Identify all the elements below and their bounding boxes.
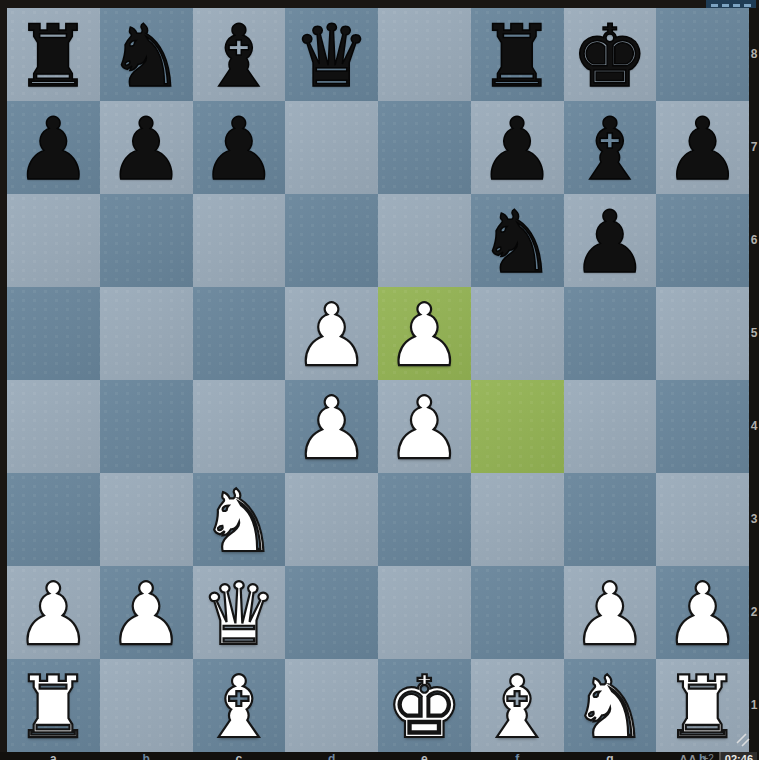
square-b7[interactable]: ♟ <box>100 101 193 194</box>
piece-black-pawn-h7[interactable]: ♟ <box>656 101 749 194</box>
piece-white-pawn-e4[interactable]: ♟ <box>378 380 471 473</box>
square-d7[interactable] <box>285 101 378 194</box>
square-b2[interactable]: ♟ <box>100 566 193 659</box>
square-e1[interactable]: ♚ <box>378 659 471 752</box>
square-f2[interactable] <box>471 566 564 659</box>
square-h3[interactable] <box>656 473 749 566</box>
piece-black-pawn-g6[interactable]: ♟ <box>564 194 657 287</box>
square-b8[interactable]: ♞ <box>100 8 193 101</box>
piece-white-bishop-f1[interactable]: ♝ <box>471 659 564 752</box>
file-coordinate-b: b <box>100 752 193 760</box>
piece-white-pawn-a2[interactable]: ♟ <box>7 566 100 659</box>
square-c7[interactable]: ♟ <box>193 101 286 194</box>
square-h2[interactable]: ♟ <box>656 566 749 659</box>
square-g3[interactable] <box>564 473 657 566</box>
file-coordinate-f: f <box>471 752 564 760</box>
square-h8[interactable] <box>656 8 749 101</box>
square-a6[interactable] <box>7 194 100 287</box>
square-e4[interactable]: ♟ <box>378 380 471 473</box>
piece-white-king-e1[interactable]: ♚ <box>378 659 471 752</box>
square-a8[interactable]: ♜ <box>7 8 100 101</box>
square-a4[interactable] <box>7 380 100 473</box>
rank-coordinate-4: 4 <box>749 380 759 473</box>
square-f6[interactable]: ♞ <box>471 194 564 287</box>
rank-coordinate-3: 3 <box>749 473 759 566</box>
square-d5[interactable]: ♟ <box>285 287 378 380</box>
chess-board: ♜♞♝♛♜♚♟♟♟♟♝♟♞♟♟♟♟♟♞♟♟♛♟♟♜♝♚♝♞♜ <box>7 8 749 752</box>
file-coordinate-g: g <box>564 752 657 760</box>
piece-white-pawn-g2[interactable]: ♟ <box>564 566 657 659</box>
square-b5[interactable] <box>100 287 193 380</box>
square-h7[interactable]: ♟ <box>656 101 749 194</box>
file-coordinate-c: c <box>193 752 286 760</box>
square-e7[interactable] <box>378 101 471 194</box>
square-c4[interactable] <box>193 380 286 473</box>
square-e5[interactable]: ♟ <box>378 287 471 380</box>
square-h5[interactable] <box>656 287 749 380</box>
square-e8[interactable] <box>378 8 471 101</box>
piece-white-pawn-h2[interactable]: ♟ <box>656 566 749 659</box>
piece-black-rook-a8[interactable]: ♜ <box>7 8 100 101</box>
square-d4[interactable]: ♟ <box>285 380 378 473</box>
square-f4[interactable] <box>471 380 564 473</box>
file-coordinate-a: a <box>7 752 100 760</box>
piece-black-pawn-b7[interactable]: ♟ <box>100 101 193 194</box>
piece-black-knight-b8[interactable]: ♞ <box>100 8 193 101</box>
square-g2[interactable]: ♟ <box>564 566 657 659</box>
square-a5[interactable] <box>7 287 100 380</box>
square-g1[interactable]: ♞ <box>564 659 657 752</box>
square-b6[interactable] <box>100 194 193 287</box>
square-c5[interactable] <box>193 287 286 380</box>
square-f8[interactable]: ♜ <box>471 8 564 101</box>
square-h6[interactable] <box>656 194 749 287</box>
square-d6[interactable] <box>285 194 378 287</box>
square-a7[interactable]: ♟ <box>7 101 100 194</box>
piece-black-king-g8[interactable]: ♚ <box>564 8 657 101</box>
square-b3[interactable] <box>100 473 193 566</box>
piece-black-queen-d8[interactable]: ♛ <box>285 8 378 101</box>
square-d3[interactable] <box>285 473 378 566</box>
status-left-label: AA <box>680 752 698 760</box>
square-c8[interactable]: ♝ <box>193 8 286 101</box>
piece-white-pawn-d5[interactable]: ♟ <box>285 287 378 380</box>
resize-handle-icon[interactable] <box>733 730 751 748</box>
piece-white-pawn-d4[interactable]: ♟ <box>285 380 378 473</box>
piece-black-pawn-c7[interactable]: ♟ <box>193 101 286 194</box>
piece-white-rook-a1[interactable]: ♜ <box>7 659 100 752</box>
square-d8[interactable]: ♛ <box>285 8 378 101</box>
status-bar: AA +2 02:46 <box>680 752 757 760</box>
clipped-widget-top-right[interactable] <box>706 0 756 8</box>
piece-white-pawn-e5[interactable]: ♟ <box>378 287 471 380</box>
square-a2[interactable]: ♟ <box>7 566 100 659</box>
square-e3[interactable] <box>378 473 471 566</box>
chess-app-window: ♜♞♝♛♜♚♟♟♟♟♝♟♞♟♟♟♟♟♞♟♟♛♟♟♜♝♚♝♞♜ 87654321 … <box>0 0 759 760</box>
rank-coordinate-7: 7 <box>749 101 759 194</box>
piece-black-rook-f8[interactable]: ♜ <box>471 8 564 101</box>
square-f5[interactable] <box>471 287 564 380</box>
file-coordinate-d: d <box>285 752 378 760</box>
piece-black-knight-f6[interactable]: ♞ <box>471 194 564 287</box>
square-g4[interactable] <box>564 380 657 473</box>
square-a3[interactable] <box>7 473 100 566</box>
piece-white-pawn-b2[interactable]: ♟ <box>100 566 193 659</box>
square-c6[interactable] <box>193 194 286 287</box>
piece-black-bishop-g7[interactable]: ♝ <box>564 101 657 194</box>
square-g6[interactable]: ♟ <box>564 194 657 287</box>
square-a1[interactable]: ♜ <box>7 659 100 752</box>
square-g5[interactable] <box>564 287 657 380</box>
piece-white-knight-c3[interactable]: ♞ <box>193 473 286 566</box>
piece-black-pawn-f7[interactable]: ♟ <box>471 101 564 194</box>
square-b1[interactable] <box>100 659 193 752</box>
rank-coordinate-2: 2 <box>749 566 759 659</box>
file-coordinate-e: e <box>378 752 471 760</box>
rank-coordinates-band: 87654321 <box>749 8 759 752</box>
square-c1[interactable]: ♝ <box>193 659 286 752</box>
square-d1[interactable] <box>285 659 378 752</box>
file-coordinates-band: hgfedcba AA +2 02:46 <box>0 752 759 760</box>
piece-white-knight-g1[interactable]: ♞ <box>564 659 657 752</box>
square-g8[interactable]: ♚ <box>564 8 657 101</box>
square-f1[interactable]: ♝ <box>471 659 564 752</box>
piece-white-bishop-c1[interactable]: ♝ <box>193 659 286 752</box>
piece-black-bishop-c8[interactable]: ♝ <box>193 8 286 101</box>
square-d2[interactable] <box>285 566 378 659</box>
rank-coordinate-6: 6 <box>749 194 759 287</box>
square-c2[interactable]: ♛ <box>193 566 286 659</box>
square-c3[interactable]: ♞ <box>193 473 286 566</box>
square-b4[interactable] <box>100 380 193 473</box>
square-g7[interactable]: ♝ <box>564 101 657 194</box>
square-e2[interactable] <box>378 566 471 659</box>
square-f7[interactable]: ♟ <box>471 101 564 194</box>
piece-white-queen-c2[interactable]: ♛ <box>193 566 286 659</box>
square-f3[interactable] <box>471 473 564 566</box>
square-e6[interactable] <box>378 194 471 287</box>
piece-black-pawn-a7[interactable]: ♟ <box>7 101 100 194</box>
status-middle-label: +2 <box>702 752 713 760</box>
rank-coordinate-8: 8 <box>749 8 759 101</box>
square-h4[interactable] <box>656 380 749 473</box>
clock-badge: 02:46 <box>719 752 757 760</box>
rank-coordinate-5: 5 <box>749 287 759 380</box>
clipped-widget-text-fragment <box>711 4 753 7</box>
